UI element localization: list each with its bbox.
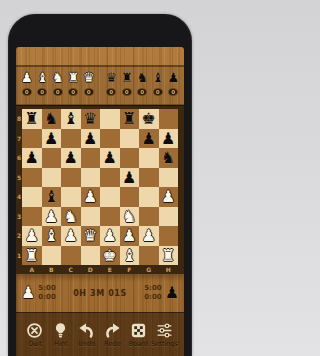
square-f4[interactable] (120, 187, 140, 207)
rank-label-6: 6 (16, 148, 22, 168)
white-king[interactable]: ♚ (103, 246, 117, 265)
quit-circle-x-icon (26, 322, 43, 339)
undo-arrow-icon (78, 322, 95, 339)
square-d8[interactable]: ♛ (81, 109, 101, 129)
file-label-d: D (81, 265, 101, 274)
captured-count-badge: 0 (137, 88, 147, 96)
board-button[interactable]: Board (125, 322, 151, 348)
white-pawn[interactable]: ♟ (103, 226, 117, 245)
rank-label-5: 5 (16, 168, 22, 188)
black-knight[interactable]: ♞ (44, 109, 58, 128)
white-pawn[interactable]: ♟ (44, 207, 58, 226)
black-bishop[interactable]: ♝ (64, 109, 78, 128)
square-h8[interactable] (159, 109, 179, 129)
white-pawn[interactable]: ♟ (64, 226, 78, 245)
white-clock-secondary: 0:00 (38, 293, 55, 302)
square-b6[interactable] (42, 148, 62, 168)
black-player-pawn-icon: ♟ (165, 282, 179, 304)
redo-arrow-icon (104, 322, 121, 339)
board-frame: 87654321 ♜♞♝♛♜♚♟♟♟♟♟♟♟♞♟♝♟♟♟♞♞♟♝♟♛♟♟♟♜♚♝… (16, 105, 184, 265)
black-pawn-icon: ♟ (167, 68, 179, 87)
white-pawn-icon: ♟ (21, 68, 33, 87)
toolbar: Quit Hint Undo Redo (16, 312, 184, 356)
captured-count-badge: 0 (22, 88, 32, 96)
white-knight-icon: ♞ (52, 68, 64, 87)
rank-label-2: 2 (16, 226, 22, 246)
black-pawn[interactable]: ♟ (142, 129, 156, 148)
quit-label: Quit (28, 340, 42, 348)
lightbulb-icon (52, 322, 69, 339)
square-h7[interactable]: ♟ (159, 129, 179, 149)
white-rook[interactable]: ♜ (25, 246, 39, 265)
captured-count-badge: 0 (68, 88, 78, 96)
board-label: Board (129, 340, 148, 348)
white-queen[interactable]: ♛ (83, 226, 97, 245)
white-pawn[interactable]: ♟ (142, 226, 156, 245)
rank-label-3: 3 (16, 207, 22, 227)
square-g1[interactable] (139, 246, 159, 266)
black-knight[interactable]: ♞ (161, 148, 175, 167)
square-a2[interactable]: ♟ (22, 226, 42, 246)
square-d2[interactable]: ♛ (81, 226, 101, 246)
white-knight[interactable]: ♞ (122, 207, 136, 226)
square-a6[interactable]: ♟ (22, 148, 42, 168)
white-clock: 5:00 0:00 (38, 284, 55, 302)
black-queen-icon: ♛ (105, 68, 117, 87)
black-queen[interactable]: ♛ (83, 109, 97, 128)
captured-count-badge: 0 (106, 88, 116, 96)
black-pawn[interactable]: ♟ (25, 148, 39, 167)
white-knight[interactable]: ♞ (64, 207, 78, 226)
file-label-e: E (100, 265, 120, 274)
square-c4[interactable] (61, 187, 81, 207)
square-f6[interactable] (120, 148, 140, 168)
elapsed-time: 0H 3M 01S (59, 289, 141, 298)
tray-item-white-bishop: ♝0 (35, 68, 51, 96)
tray-item-black-bishop: ♝0 (150, 68, 166, 96)
tray-white-group: ♟0♝0♞0♜0♛0 (19, 68, 97, 96)
phone-frame: ♟0♝0♞0♜0♛0 ♛0♜0♞0♝0♟0 87654321 ♜♞♝♛♜♚♟♟♟… (8, 14, 192, 356)
square-c3[interactable]: ♞ (61, 207, 81, 227)
tray-black-group: ♛0♜0♞0♝0♟0 (104, 68, 182, 96)
captured-count-badge: 0 (37, 88, 47, 96)
black-pawn[interactable]: ♟ (103, 148, 117, 167)
black-clock-secondary: 0:00 (144, 293, 161, 302)
file-label-f: F (120, 265, 140, 274)
white-player-pawn-icon: ♟ (21, 282, 35, 304)
file-label-h: H (159, 265, 179, 274)
settings-button[interactable]: Settings (151, 322, 178, 348)
square-g5[interactable] (139, 168, 159, 188)
file-label-g: G (139, 265, 159, 274)
square-a7[interactable] (22, 129, 42, 149)
square-b3[interactable]: ♟ (42, 207, 62, 227)
black-rook[interactable]: ♜ (25, 109, 39, 128)
square-f7[interactable] (120, 129, 140, 149)
tray-item-white-knight: ♞0 (50, 68, 66, 96)
settings-label: Settings (151, 340, 178, 348)
square-c7[interactable] (61, 129, 81, 149)
tray-item-white-queen: ♛0 (81, 68, 97, 96)
captured-pieces-tray: ♟0♝0♞0♜0♛0 ♛0♜0♞0♝0♟0 (16, 67, 184, 105)
black-knight-icon: ♞ (136, 68, 148, 87)
quit-button[interactable]: Quit (22, 322, 48, 348)
settings-sliders-icon (156, 322, 173, 339)
tray-item-black-rook: ♜0 (119, 68, 135, 96)
rank-label-7: 7 (16, 129, 22, 149)
black-bishop[interactable]: ♝ (44, 187, 58, 206)
square-f8[interactable]: ♜ (120, 109, 140, 129)
square-b7[interactable]: ♟ (42, 129, 62, 149)
tray-item-black-queen: ♛0 (104, 68, 120, 96)
white-queen-icon: ♛ (83, 68, 95, 87)
black-rook[interactable]: ♜ (122, 109, 136, 128)
square-f5[interactable]: ♟ (120, 168, 140, 188)
square-b4[interactable]: ♝ (42, 187, 62, 207)
white-pawn[interactable]: ♟ (161, 187, 175, 206)
square-b8[interactable]: ♞ (42, 109, 62, 129)
square-e6[interactable]: ♟ (100, 148, 120, 168)
square-g7[interactable]: ♟ (139, 129, 159, 149)
black-clock-main: 5:00 (144, 284, 161, 293)
captured-count-badge: 0 (122, 88, 132, 96)
captured-count-badge: 0 (168, 88, 178, 96)
square-f1[interactable]: ♝ (120, 246, 140, 266)
square-c2[interactable]: ♟ (61, 226, 81, 246)
captured-count-badge: 0 (84, 88, 94, 96)
tray-item-black-knight: ♞0 (135, 68, 151, 96)
square-d1[interactable] (81, 246, 101, 266)
square-e4[interactable] (100, 187, 120, 207)
file-labels: ABCDEFGH (16, 265, 184, 274)
captured-count-badge: 0 (153, 88, 163, 96)
square-a1[interactable]: ♜ (22, 246, 42, 266)
square-h3[interactable] (159, 207, 179, 227)
status-bar: ♟ 5:00 0:00 0H 3M 01S 5:00 0:00 ♟ (16, 274, 184, 312)
square-b2[interactable]: ♝ (42, 226, 62, 246)
square-c6[interactable]: ♟ (61, 148, 81, 168)
square-d6[interactable] (81, 148, 101, 168)
rank-labels: 87654321 (16, 109, 22, 265)
chess-app-screen: ♟0♝0♞0♜0♛0 ♛0♜0♞0♝0♟0 87654321 ♜♞♝♛♜♚♟♟♟… (16, 47, 184, 356)
tray-item-white-rook: ♜0 (66, 68, 82, 96)
black-bishop-icon: ♝ (152, 68, 164, 87)
square-b1[interactable] (42, 246, 62, 266)
square-g8[interactable]: ♚ (139, 109, 159, 129)
white-bishop-icon: ♝ (36, 68, 48, 87)
top-wood-strip (16, 47, 184, 67)
board-grid[interactable]: ♜♞♝♛♜♚♟♟♟♟♟♟♟♞♟♝♟♟♟♞♞♟♝♟♛♟♟♟♜♚♝♜ (22, 109, 178, 265)
hint-label: Hint (54, 340, 67, 348)
tray-item-white-pawn: ♟0 (19, 68, 35, 96)
square-f2[interactable]: ♟ (120, 226, 140, 246)
white-bishop[interactable]: ♝ (44, 226, 58, 245)
square-e3[interactable] (100, 207, 120, 227)
square-h2[interactable] (159, 226, 179, 246)
square-g3[interactable] (139, 207, 159, 227)
black-rook-icon: ♜ (121, 68, 133, 87)
square-d7[interactable]: ♟ (81, 129, 101, 149)
file-label-a: A (22, 265, 42, 274)
square-d3[interactable] (81, 207, 101, 227)
square-d5[interactable] (81, 168, 101, 188)
black-pawn[interactable]: ♟ (44, 129, 58, 148)
square-e2[interactable]: ♟ (100, 226, 120, 246)
square-c1[interactable] (61, 246, 81, 266)
white-pawn[interactable]: ♟ (122, 226, 136, 245)
black-pawn[interactable]: ♟ (64, 148, 78, 167)
square-a5[interactable] (22, 168, 42, 188)
square-a3[interactable] (22, 207, 42, 227)
white-rook-icon: ♜ (67, 68, 79, 87)
board-checker-icon (130, 322, 147, 339)
square-h6[interactable]: ♞ (159, 148, 179, 168)
square-e1[interactable]: ♚ (100, 246, 120, 266)
square-d4[interactable]: ♟ (81, 187, 101, 207)
square-e5[interactable] (100, 168, 120, 188)
redo-label: Redo (104, 340, 120, 348)
tray-item-black-pawn: ♟0 (166, 68, 182, 96)
square-g4[interactable] (139, 187, 159, 207)
rank-label-1: 1 (16, 246, 22, 266)
square-a8[interactable]: ♜ (22, 109, 42, 129)
file-label-c: C (61, 265, 81, 274)
captured-count-badge: 0 (53, 88, 63, 96)
square-b5[interactable] (42, 168, 62, 188)
white-bishop[interactable]: ♝ (122, 246, 136, 265)
square-g2[interactable]: ♟ (139, 226, 159, 246)
hint-button[interactable]: Hint (48, 322, 74, 348)
white-clock-main: 5:00 (38, 284, 55, 293)
black-pawn[interactable]: ♟ (83, 129, 97, 148)
square-c8[interactable]: ♝ (61, 109, 81, 129)
redo-button[interactable]: Redo (100, 322, 126, 348)
square-h4[interactable]: ♟ (159, 187, 179, 207)
black-clock: 5:00 0:00 (144, 284, 161, 302)
black-pawn[interactable]: ♟ (161, 129, 175, 148)
square-c5[interactable] (61, 168, 81, 188)
undo-label: Undo (78, 340, 95, 348)
square-e8[interactable] (100, 109, 120, 129)
undo-button[interactable]: Undo (74, 322, 100, 348)
square-g6[interactable] (139, 148, 159, 168)
square-f3[interactable]: ♞ (120, 207, 140, 227)
square-e7[interactable] (100, 129, 120, 149)
black-pawn[interactable]: ♟ (122, 168, 136, 187)
rank-label-8: 8 (16, 109, 22, 129)
black-king[interactable]: ♚ (142, 109, 156, 128)
white-pawn[interactable]: ♟ (25, 226, 39, 245)
file-label-b: B (42, 265, 62, 274)
rank-label-4: 4 (16, 187, 22, 207)
square-h5[interactable] (159, 168, 179, 188)
square-h1[interactable]: ♜ (159, 246, 179, 266)
white-pawn[interactable]: ♟ (83, 187, 97, 206)
square-a4[interactable] (22, 187, 42, 207)
white-rook[interactable]: ♜ (161, 246, 175, 265)
